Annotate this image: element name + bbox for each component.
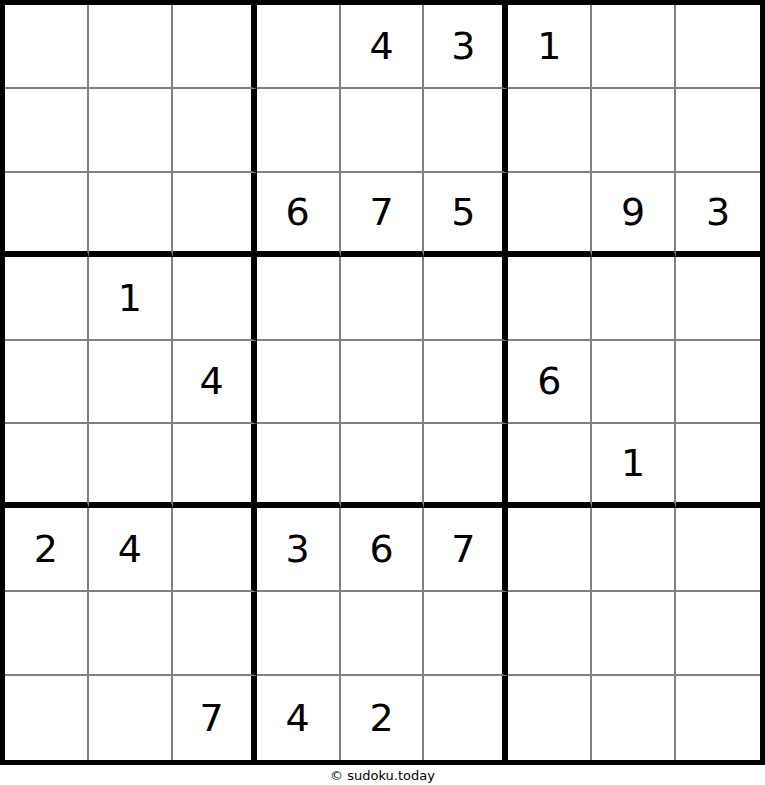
cell-r9c8[interactable]: [592, 676, 676, 760]
cell-r6c5[interactable]: [341, 424, 425, 508]
cell-r3c7[interactable]: [508, 173, 592, 257]
copyright-text: © sudoku.today: [330, 768, 435, 783]
cell-r3c4-given[interactable]: 6: [257, 173, 341, 257]
cell-r3c6-given[interactable]: 5: [424, 173, 508, 257]
cell-r8c3[interactable]: [173, 592, 257, 676]
cell-r7c1-given[interactable]: 2: [5, 508, 89, 592]
cell-r4c4[interactable]: [257, 257, 341, 341]
cell-r7c8[interactable]: [592, 508, 676, 592]
cell-r6c1[interactable]: [5, 424, 89, 508]
cell-r2c9[interactable]: [676, 89, 760, 173]
cell-r2c8[interactable]: [592, 89, 676, 173]
cell-r6c6[interactable]: [424, 424, 508, 508]
cell-r1c4[interactable]: [257, 5, 341, 89]
cell-r8c6[interactable]: [424, 592, 508, 676]
cell-r6c3[interactable]: [173, 424, 257, 508]
cell-r2c3[interactable]: [173, 89, 257, 173]
cell-r7c3[interactable]: [173, 508, 257, 592]
cell-r8c1[interactable]: [5, 592, 89, 676]
cell-r4c9[interactable]: [676, 257, 760, 341]
cell-r7c5-given[interactable]: 6: [341, 508, 425, 592]
cell-r1c5-given[interactable]: 4: [341, 5, 425, 89]
cell-r4c8[interactable]: [592, 257, 676, 341]
cell-r5c1[interactable]: [5, 341, 89, 425]
cell-r9c4-given[interactable]: 4: [257, 676, 341, 760]
cell-r7c2-given[interactable]: 4: [89, 508, 173, 592]
cell-r6c4[interactable]: [257, 424, 341, 508]
cell-r9c9[interactable]: [676, 676, 760, 760]
cell-r9c2[interactable]: [89, 676, 173, 760]
cell-r5c7-given[interactable]: 6: [508, 341, 592, 425]
cell-r4c1[interactable]: [5, 257, 89, 341]
cell-r7c4-given[interactable]: 3: [257, 508, 341, 592]
cell-r4c7[interactable]: [508, 257, 592, 341]
cell-r6c8-given[interactable]: 1: [592, 424, 676, 508]
cell-r6c2[interactable]: [89, 424, 173, 508]
cell-r5c8[interactable]: [592, 341, 676, 425]
cell-r4c5[interactable]: [341, 257, 425, 341]
cell-r5c3-given[interactable]: 4: [173, 341, 257, 425]
cell-r9c1[interactable]: [5, 676, 89, 760]
cell-r5c9[interactable]: [676, 341, 760, 425]
cell-r1c8[interactable]: [592, 5, 676, 89]
cell-r1c2[interactable]: [89, 5, 173, 89]
cell-r1c6-given[interactable]: 3: [424, 5, 508, 89]
cell-r5c4[interactable]: [257, 341, 341, 425]
cell-r2c4[interactable]: [257, 89, 341, 173]
cell-r3c5-given[interactable]: 7: [341, 173, 425, 257]
cell-r1c3[interactable]: [173, 5, 257, 89]
cell-r7c6-given[interactable]: 7: [424, 508, 508, 592]
cell-r8c4[interactable]: [257, 592, 341, 676]
cell-r2c7[interactable]: [508, 89, 592, 173]
cell-r5c2[interactable]: [89, 341, 173, 425]
cell-r4c2-given[interactable]: 1: [89, 257, 173, 341]
cell-r3c1[interactable]: [5, 173, 89, 257]
cell-r5c5[interactable]: [341, 341, 425, 425]
cell-r6c9[interactable]: [676, 424, 760, 508]
sudoku-board: 43167593146124367742: [0, 0, 765, 765]
cell-r9c5-given[interactable]: 2: [341, 676, 425, 760]
cell-r2c6[interactable]: [424, 89, 508, 173]
cell-r8c7[interactable]: [508, 592, 592, 676]
cell-r4c6[interactable]: [424, 257, 508, 341]
cell-r9c6[interactable]: [424, 676, 508, 760]
cell-r1c7-given[interactable]: 1: [508, 5, 592, 89]
cell-r9c7[interactable]: [508, 676, 592, 760]
cell-r8c9[interactable]: [676, 592, 760, 676]
cell-r6c7[interactable]: [508, 424, 592, 508]
cell-r9c3-given[interactable]: 7: [173, 676, 257, 760]
cell-r2c1[interactable]: [5, 89, 89, 173]
cell-r7c7[interactable]: [508, 508, 592, 592]
cell-r3c8-given[interactable]: 9: [592, 173, 676, 257]
cell-r4c3[interactable]: [173, 257, 257, 341]
cell-r3c3[interactable]: [173, 173, 257, 257]
cell-r1c9[interactable]: [676, 5, 760, 89]
cell-r8c8[interactable]: [592, 592, 676, 676]
cell-r5c6[interactable]: [424, 341, 508, 425]
cell-r3c2[interactable]: [89, 173, 173, 257]
cell-r2c5[interactable]: [341, 89, 425, 173]
cell-r2c2[interactable]: [89, 89, 173, 173]
footer: © sudoku.today: [0, 765, 765, 785]
cell-r8c5[interactable]: [341, 592, 425, 676]
cell-r1c1[interactable]: [5, 5, 89, 89]
cell-r7c9[interactable]: [676, 508, 760, 592]
cell-r3c9-given[interactable]: 3: [676, 173, 760, 257]
cell-r8c2[interactable]: [89, 592, 173, 676]
